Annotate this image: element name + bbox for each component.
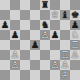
white-pawn[interactable]: ♙ — [61, 60, 70, 70]
square-h2[interactable] — [70, 60, 80, 70]
square-b1[interactable] — [10, 70, 20, 80]
square-a3[interactable] — [0, 50, 10, 60]
black-bishop[interactable]: ♝ — [61, 10, 70, 20]
white-rook[interactable]: ♖ — [71, 40, 80, 50]
square-g2[interactable]: ♙ — [60, 60, 70, 70]
square-h5[interactable]: ♘ — [70, 30, 80, 40]
square-d4[interactable]: ♟ — [30, 40, 40, 50]
square-h7[interactable]: ♚ — [70, 10, 80, 20]
square-e3[interactable] — [40, 50, 50, 60]
square-c4[interactable] — [20, 40, 30, 50]
square-b8[interactable] — [10, 0, 20, 10]
square-d7[interactable] — [30, 10, 40, 20]
square-c6[interactable] — [20, 20, 30, 30]
square-a5[interactable] — [0, 30, 10, 40]
square-h4[interactable]: ♖ — [70, 40, 80, 50]
black-pawn[interactable]: ♟ — [1, 20, 10, 30]
square-b6[interactable] — [10, 20, 20, 30]
square-f5[interactable]: ♟ — [50, 30, 60, 40]
white-pawn[interactable]: ♙ — [11, 50, 20, 60]
white-king[interactable]: ♔ — [61, 70, 70, 80]
square-a7[interactable] — [0, 10, 10, 20]
square-e4[interactable] — [40, 40, 50, 50]
white-pawn[interactable]: ♙ — [41, 30, 50, 40]
square-g8[interactable] — [60, 0, 70, 10]
square-e5[interactable]: ♙ — [40, 30, 50, 40]
black-king[interactable]: ♚ — [71, 10, 80, 20]
white-pawn[interactable]: ♙ — [51, 60, 60, 70]
square-h1[interactable] — [70, 70, 80, 80]
square-a2[interactable] — [0, 60, 10, 70]
square-d2[interactable] — [30, 60, 40, 70]
square-g5[interactable] — [60, 30, 70, 40]
chess-board: ♜♕♝♚♟♞♟♟♙♟♘♟♖♙♖♙♙♙♙♔ — [0, 0, 80, 80]
square-c3[interactable] — [20, 50, 30, 60]
square-d8[interactable] — [30, 0, 40, 10]
square-g3[interactable]: ♖ — [60, 50, 70, 60]
white-queen[interactable]: ♕ — [51, 10, 60, 20]
square-g1[interactable]: ♔ — [60, 70, 70, 80]
square-g6[interactable] — [60, 20, 70, 30]
square-c8[interactable] — [20, 0, 30, 10]
square-e2[interactable] — [40, 60, 50, 70]
square-h8[interactable] — [70, 0, 80, 10]
square-a8[interactable] — [0, 0, 10, 10]
square-b2[interactable]: ♙ — [10, 60, 20, 70]
square-d6[interactable] — [30, 20, 40, 30]
white-rook[interactable]: ♖ — [61, 50, 70, 60]
square-g4[interactable] — [60, 40, 70, 50]
square-e6[interactable]: ♞ — [40, 20, 50, 30]
square-d3[interactable] — [30, 50, 40, 60]
square-g7[interactable]: ♝ — [60, 10, 70, 20]
square-f7[interactable]: ♕ — [50, 10, 60, 20]
black-pawn[interactable]: ♟ — [71, 20, 80, 30]
square-d1[interactable] — [30, 70, 40, 80]
square-f1[interactable] — [50, 70, 60, 80]
square-a6[interactable]: ♟ — [0, 20, 10, 30]
square-f2[interactable]: ♙ — [50, 60, 60, 70]
square-e8[interactable]: ♜ — [40, 0, 50, 10]
square-b3[interactable]: ♙ — [10, 50, 20, 60]
black-knight[interactable]: ♞ — [41, 20, 50, 30]
square-b4[interactable] — [10, 40, 20, 50]
black-rook[interactable]: ♜ — [41, 0, 50, 10]
square-e7[interactable] — [40, 10, 50, 20]
black-pawn[interactable]: ♟ — [51, 30, 60, 40]
square-a4[interactable] — [0, 40, 10, 50]
square-e1[interactable] — [40, 70, 50, 80]
white-pawn[interactable]: ♙ — [71, 50, 80, 60]
square-f8[interactable] — [50, 0, 60, 10]
square-f6[interactable] — [50, 20, 60, 30]
square-b5[interactable]: ♟ — [10, 30, 20, 40]
square-c2[interactable] — [20, 60, 30, 70]
black-pawn[interactable]: ♟ — [31, 40, 40, 50]
square-h6[interactable]: ♟ — [70, 20, 80, 30]
square-c7[interactable] — [20, 10, 30, 20]
square-c5[interactable] — [20, 30, 30, 40]
square-h3[interactable]: ♙ — [70, 50, 80, 60]
square-b7[interactable] — [10, 10, 20, 20]
square-f4[interactable] — [50, 40, 60, 50]
square-c1[interactable] — [20, 70, 30, 80]
white-knight[interactable]: ♘ — [71, 30, 80, 40]
square-f3[interactable] — [50, 50, 60, 60]
square-d5[interactable] — [30, 30, 40, 40]
white-pawn[interactable]: ♙ — [11, 60, 20, 70]
square-a1[interactable] — [0, 70, 10, 80]
black-pawn[interactable]: ♟ — [11, 30, 20, 40]
